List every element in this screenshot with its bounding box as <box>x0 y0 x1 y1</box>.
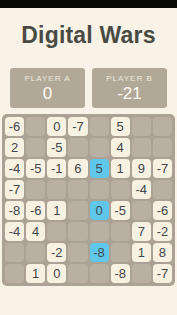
board-cell-number[interactable]: 1 <box>47 201 66 220</box>
board-cell-number[interactable]: 2 <box>5 138 24 157</box>
board-cell-number[interactable]: -2 <box>47 243 66 262</box>
board-cell-empty <box>47 222 66 241</box>
board-cell-number[interactable]: 9 <box>132 159 151 178</box>
board-cell-empty <box>153 117 172 136</box>
board-cell-empty <box>111 222 130 241</box>
board-cell-number[interactable]: 8 <box>153 243 172 262</box>
board-cell-empty <box>68 243 87 262</box>
board-cell-empty <box>26 117 45 136</box>
board-cell-number[interactable]: -4 <box>5 159 24 178</box>
board-cell-empty <box>68 201 87 220</box>
board-cell-empty <box>111 180 130 199</box>
board-cell-empty <box>26 138 45 157</box>
board-cell-highlighted[interactable]: 0 <box>90 201 109 220</box>
board-grid: -60-752-54-4-5-16519-7-7-4-8-610-5-6-447… <box>2 114 175 286</box>
board-cell-empty <box>90 117 109 136</box>
board-cell-number[interactable]: 7 <box>132 222 151 241</box>
status-bar <box>0 0 177 8</box>
board-cell-empty <box>68 264 87 283</box>
board-cell-number[interactable]: -6 <box>5 117 24 136</box>
board-cell-empty <box>90 264 109 283</box>
page-title: Digital Wars <box>21 22 155 49</box>
board-cell-empty <box>47 180 66 199</box>
board-cell-empty <box>26 243 45 262</box>
board-cell-number[interactable]: 4 <box>26 222 45 241</box>
board-cell-empty <box>68 222 87 241</box>
board-cell-empty <box>68 138 87 157</box>
board-cell-empty <box>153 180 172 199</box>
score-panel: PLAYER A 0 PLAYER B -21 <box>0 68 177 108</box>
board-cell-number[interactable]: -6 <box>26 201 45 220</box>
board-cell-empty <box>26 180 45 199</box>
board-cell-empty <box>111 243 130 262</box>
app-header: Digital Wars <box>0 8 177 62</box>
board-cell-number[interactable]: -5 <box>111 201 130 220</box>
board-cell-number[interactable]: -5 <box>26 159 45 178</box>
board-cell-number[interactable]: -7 <box>153 264 172 283</box>
board-cell-number[interactable]: 1 <box>26 264 45 283</box>
board-cell-empty <box>90 222 109 241</box>
board-cell-empty <box>68 180 87 199</box>
board-cell-number[interactable]: -1 <box>47 159 66 178</box>
board-cell-number[interactable]: -2 <box>153 222 172 241</box>
board-cell-number[interactable]: -7 <box>153 159 172 178</box>
board-cell-number[interactable]: -5 <box>47 138 66 157</box>
board-cell-number[interactable]: 4 <box>111 138 130 157</box>
board-cell-empty <box>5 243 24 262</box>
board-cell-number[interactable]: -4 <box>5 222 24 241</box>
board-cell-number[interactable]: -8 <box>5 201 24 220</box>
player-a-card: PLAYER A 0 <box>10 68 85 108</box>
board-cell-empty <box>132 117 151 136</box>
board-cell-number[interactable]: 1 <box>111 159 130 178</box>
player-a-score: 0 <box>43 84 52 104</box>
board-cell-number[interactable]: -6 <box>153 201 172 220</box>
board-cell-highlighted[interactable]: 5 <box>90 159 109 178</box>
board-cell-number[interactable]: 1 <box>132 243 151 262</box>
board-cell-number[interactable]: -7 <box>5 180 24 199</box>
board-cell-empty <box>90 180 109 199</box>
player-a-label: PLAYER A <box>24 74 70 84</box>
player-b-card: PLAYER B -21 <box>92 68 167 108</box>
board-cell-empty <box>132 138 151 157</box>
board-cell-empty <box>153 138 172 157</box>
board-cell-empty <box>90 138 109 157</box>
board-cell-number[interactable]: 6 <box>68 159 87 178</box>
board-cell-number[interactable]: -7 <box>68 117 87 136</box>
board-cell-number[interactable]: 0 <box>47 264 66 283</box>
board-cell-empty <box>5 264 24 283</box>
player-b-score: -21 <box>117 84 142 104</box>
board-cell-number[interactable]: -4 <box>132 180 151 199</box>
board-cell-number[interactable]: 5 <box>111 117 130 136</box>
board-cell-empty <box>132 201 151 220</box>
board-cell-number[interactable]: 0 <box>47 117 66 136</box>
board-cell-highlighted[interactable]: -8 <box>90 243 109 262</box>
player-b-label: PLAYER B <box>106 74 153 84</box>
board-cell-number[interactable]: -8 <box>111 264 130 283</box>
board-cell-empty <box>132 264 151 283</box>
